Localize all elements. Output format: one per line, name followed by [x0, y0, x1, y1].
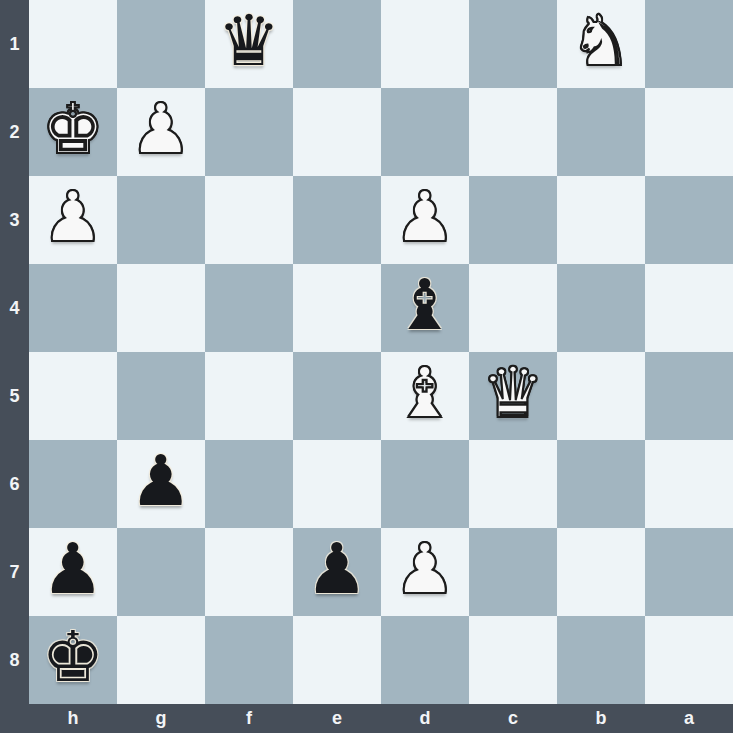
square-f7[interactable] [205, 528, 293, 616]
black-pawn-h7[interactable]: ♟ [42, 525, 105, 613]
square-g6[interactable]: ♟ [117, 440, 205, 528]
rank-label-3: 3 [0, 176, 29, 264]
square-f5[interactable] [205, 352, 293, 440]
white-knight-b1[interactable]: ♞ [570, 0, 633, 85]
square-f2[interactable] [205, 88, 293, 176]
square-b5[interactable] [557, 352, 645, 440]
square-a8[interactable] [645, 616, 733, 704]
square-h3[interactable]: ♟ [29, 176, 117, 264]
square-b6[interactable] [557, 440, 645, 528]
white-pawn-g2[interactable]: ♟ [130, 85, 193, 173]
square-e5[interactable] [293, 352, 381, 440]
square-h8[interactable]: ♚ [29, 616, 117, 704]
square-f3[interactable] [205, 176, 293, 264]
file-label-d: d [381, 704, 469, 733]
square-g1[interactable] [117, 0, 205, 88]
black-queen-f1[interactable]: ♛ [218, 0, 281, 85]
chess-board: ♛♞♚♟♟♟♝♝♛♟♟♟♟♚ [29, 0, 733, 704]
square-c2[interactable] [469, 88, 557, 176]
square-h2[interactable]: ♚ [29, 88, 117, 176]
chess-diagram: 12345678 ♛♞♚♟♟♟♝♝♛♟♟♟♟♚ hgfedcba [0, 0, 733, 733]
file-label-f: f [205, 704, 293, 733]
square-h4[interactable] [29, 264, 117, 352]
rank-label-1: 1 [0, 0, 29, 88]
rank-label-8: 8 [0, 616, 29, 704]
square-g8[interactable] [117, 616, 205, 704]
square-d2[interactable] [381, 88, 469, 176]
file-label-h: h [29, 704, 117, 733]
square-g7[interactable] [117, 528, 205, 616]
rank-label-4: 4 [0, 264, 29, 352]
black-pawn-e7[interactable]: ♟ [306, 525, 369, 613]
file-labels: hgfedcba [29, 704, 733, 733]
square-a7[interactable] [645, 528, 733, 616]
square-c4[interactable] [469, 264, 557, 352]
square-a6[interactable] [645, 440, 733, 528]
square-d6[interactable] [381, 440, 469, 528]
square-f4[interactable] [205, 264, 293, 352]
white-pawn-h3[interactable]: ♟ [42, 173, 105, 261]
square-g3[interactable] [117, 176, 205, 264]
rank-labels: 12345678 [0, 0, 29, 704]
square-b1[interactable]: ♞ [557, 0, 645, 88]
file-label-c: c [469, 704, 557, 733]
square-d4[interactable]: ♝ [381, 264, 469, 352]
file-label-e: e [293, 704, 381, 733]
black-bishop-d4[interactable]: ♝ [394, 261, 457, 349]
square-a1[interactable] [645, 0, 733, 88]
square-c1[interactable] [469, 0, 557, 88]
square-d3[interactable]: ♟ [381, 176, 469, 264]
square-d7[interactable]: ♟ [381, 528, 469, 616]
square-c3[interactable] [469, 176, 557, 264]
square-f1[interactable]: ♛ [205, 0, 293, 88]
square-b3[interactable] [557, 176, 645, 264]
square-f6[interactable] [205, 440, 293, 528]
square-b7[interactable] [557, 528, 645, 616]
white-pawn-d7[interactable]: ♟ [394, 525, 457, 613]
white-bishop-d5[interactable]: ♝ [394, 349, 457, 437]
square-e7[interactable]: ♟ [293, 528, 381, 616]
square-g2[interactable]: ♟ [117, 88, 205, 176]
square-d8[interactable] [381, 616, 469, 704]
white-queen-c5[interactable]: ♛ [482, 349, 545, 437]
square-e6[interactable] [293, 440, 381, 528]
square-b2[interactable] [557, 88, 645, 176]
square-c7[interactable] [469, 528, 557, 616]
square-e1[interactable] [293, 0, 381, 88]
rank-label-5: 5 [0, 352, 29, 440]
rank-label-7: 7 [0, 528, 29, 616]
square-h5[interactable] [29, 352, 117, 440]
square-h1[interactable] [29, 0, 117, 88]
square-e4[interactable] [293, 264, 381, 352]
rank-label-2: 2 [0, 88, 29, 176]
white-pawn-d3[interactable]: ♟ [394, 173, 457, 261]
square-e2[interactable] [293, 88, 381, 176]
white-king-h2[interactable]: ♚ [42, 85, 105, 173]
square-f8[interactable] [205, 616, 293, 704]
rank-label-6: 6 [0, 440, 29, 528]
square-e8[interactable] [293, 616, 381, 704]
square-c8[interactable] [469, 616, 557, 704]
file-label-a: a [645, 704, 733, 733]
square-a5[interactable] [645, 352, 733, 440]
black-king-h8[interactable]: ♚ [42, 613, 105, 701]
file-label-g: g [117, 704, 205, 733]
square-c6[interactable] [469, 440, 557, 528]
square-e3[interactable] [293, 176, 381, 264]
square-h7[interactable]: ♟ [29, 528, 117, 616]
square-b8[interactable] [557, 616, 645, 704]
square-a4[interactable] [645, 264, 733, 352]
square-h6[interactable] [29, 440, 117, 528]
file-label-b: b [557, 704, 645, 733]
black-pawn-g6[interactable]: ♟ [130, 437, 193, 525]
square-d5[interactable]: ♝ [381, 352, 469, 440]
square-g4[interactable] [117, 264, 205, 352]
square-a2[interactable] [645, 88, 733, 176]
square-d1[interactable] [381, 0, 469, 88]
square-a3[interactable] [645, 176, 733, 264]
square-c5[interactable]: ♛ [469, 352, 557, 440]
square-b4[interactable] [557, 264, 645, 352]
square-g5[interactable] [117, 352, 205, 440]
